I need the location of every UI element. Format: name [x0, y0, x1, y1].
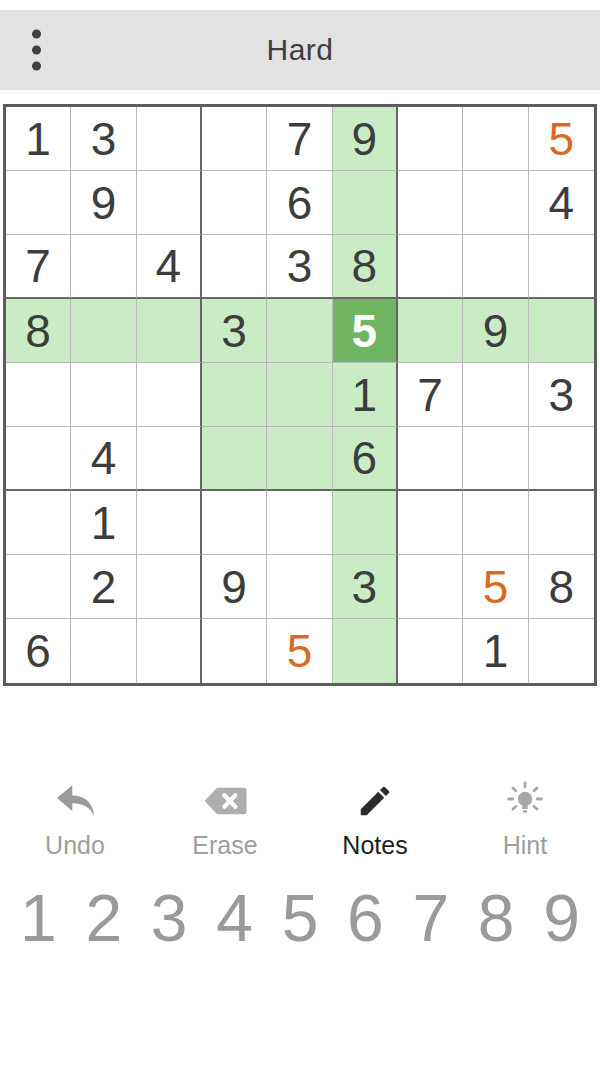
cell-r5c6[interactable]: 1: [333, 363, 398, 427]
cell-r7c9[interactable]: [529, 491, 594, 555]
erase-backspace-icon: [203, 780, 247, 822]
cell-r3c1[interactable]: 7: [6, 235, 71, 299]
cell-r8c3[interactable]: [137, 555, 202, 619]
cell-r8c7[interactable]: [398, 555, 463, 619]
cell-r7c3[interactable]: [137, 491, 202, 555]
numpad-key-3[interactable]: 3: [151, 882, 188, 955]
numpad-key-1[interactable]: 1: [20, 882, 57, 955]
cell-r2c9[interactable]: 4: [529, 171, 594, 235]
cell-r1c5[interactable]: 7: [267, 107, 332, 171]
notes-label: Notes: [342, 831, 407, 860]
cell-r9c2[interactable]: [71, 619, 136, 683]
cell-r9c9[interactable]: [529, 619, 594, 683]
cell-r2c7[interactable]: [398, 171, 463, 235]
cell-r5c7[interactable]: 7: [398, 363, 463, 427]
cell-r7c2[interactable]: 1: [71, 491, 136, 555]
cell-r5c4[interactable]: [202, 363, 267, 427]
undo-label: Undo: [45, 831, 105, 860]
cell-r1c8[interactable]: [463, 107, 528, 171]
cell-r8c4[interactable]: 9: [202, 555, 267, 619]
cell-r3c3[interactable]: 4: [137, 235, 202, 299]
numpad: 1 2 3 4 5 6 7 8 9: [0, 882, 600, 955]
cell-r2c1[interactable]: [6, 171, 71, 235]
cell-r1c7[interactable]: [398, 107, 463, 171]
cell-r7c8[interactable]: [463, 491, 528, 555]
numpad-key-6[interactable]: 6: [347, 882, 384, 955]
cell-r5c3[interactable]: [137, 363, 202, 427]
cell-r9c4[interactable]: [202, 619, 267, 683]
sudoku-board: 137959647438835917346129358651: [3, 104, 597, 686]
cell-r1c3[interactable]: [137, 107, 202, 171]
cell-r8c9[interactable]: 8: [529, 555, 594, 619]
cell-r3c9[interactable]: [529, 235, 594, 299]
erase-button[interactable]: Erase: [150, 780, 300, 860]
cell-r5c9[interactable]: 3: [529, 363, 594, 427]
numpad-key-8[interactable]: 8: [478, 882, 515, 955]
cell-r4c6[interactable]: 5: [333, 299, 398, 363]
page-title: Hard: [266, 33, 333, 67]
erase-label: Erase: [192, 831, 257, 860]
cell-r2c2[interactable]: 9: [71, 171, 136, 235]
cell-r7c7[interactable]: [398, 491, 463, 555]
cell-r4c4[interactable]: 3: [202, 299, 267, 363]
cell-r3c8[interactable]: [463, 235, 528, 299]
numpad-key-2[interactable]: 2: [85, 882, 122, 955]
cell-r3c4[interactable]: [202, 235, 267, 299]
hint-button[interactable]: Hint: [450, 780, 600, 860]
kebab-menu-icon[interactable]: [28, 26, 45, 75]
numpad-key-7[interactable]: 7: [412, 882, 449, 955]
cell-r5c5[interactable]: [267, 363, 332, 427]
cell-r3c7[interactable]: [398, 235, 463, 299]
cell-r9c3[interactable]: [137, 619, 202, 683]
cell-r8c1[interactable]: [6, 555, 71, 619]
cell-r1c4[interactable]: [202, 107, 267, 171]
cell-r4c1[interactable]: 8: [6, 299, 71, 363]
cell-r8c2[interactable]: 2: [71, 555, 136, 619]
cell-r9c8[interactable]: 1: [463, 619, 528, 683]
cell-r9c5[interactable]: 5: [267, 619, 332, 683]
cell-r6c9[interactable]: [529, 427, 594, 491]
undo-icon: [53, 780, 97, 822]
cell-r4c5[interactable]: [267, 299, 332, 363]
notes-button[interactable]: Notes: [300, 780, 450, 860]
status-bar: [0, 0, 600, 10]
cell-r9c6[interactable]: [333, 619, 398, 683]
cell-r5c8[interactable]: [463, 363, 528, 427]
cell-r6c8[interactable]: [463, 427, 528, 491]
cell-r6c5[interactable]: [267, 427, 332, 491]
cell-r4c9[interactable]: [529, 299, 594, 363]
numpad-key-9[interactable]: 9: [543, 882, 580, 955]
cell-r3c2[interactable]: [71, 235, 136, 299]
cell-r6c7[interactable]: [398, 427, 463, 491]
cell-r6c4[interactable]: [202, 427, 267, 491]
cell-r4c8[interactable]: 9: [463, 299, 528, 363]
cell-r8c6[interactable]: 3: [333, 555, 398, 619]
cell-r5c1[interactable]: [6, 363, 71, 427]
hint-label: Hint: [503, 831, 547, 860]
cell-r2c8[interactable]: [463, 171, 528, 235]
numpad-key-4[interactable]: 4: [216, 882, 253, 955]
cell-r3c6[interactable]: 8: [333, 235, 398, 299]
toolbar: Undo Erase Notes: [0, 780, 600, 860]
cell-r2c3[interactable]: [137, 171, 202, 235]
cell-r6c6[interactable]: 6: [333, 427, 398, 491]
cell-r7c4[interactable]: [202, 491, 267, 555]
cell-r1c1[interactable]: 1: [6, 107, 71, 171]
cell-r1c2[interactable]: 3: [71, 107, 136, 171]
cell-r6c1[interactable]: [6, 427, 71, 491]
cell-r2c4[interactable]: [202, 171, 267, 235]
cell-r4c2[interactable]: [71, 299, 136, 363]
header: Hard: [0, 10, 600, 90]
notes-pencil-icon: [356, 780, 394, 822]
cell-r6c2[interactable]: 4: [71, 427, 136, 491]
cell-r1c9[interactable]: 5: [529, 107, 594, 171]
cell-r9c7[interactable]: [398, 619, 463, 683]
cell-r5c2[interactable]: [71, 363, 136, 427]
cell-r6c3[interactable]: [137, 427, 202, 491]
cell-r4c7[interactable]: [398, 299, 463, 363]
cell-r7c6[interactable]: [333, 491, 398, 555]
cell-r8c5[interactable]: [267, 555, 332, 619]
cell-r3c5[interactable]: 3: [267, 235, 332, 299]
undo-button[interactable]: Undo: [0, 780, 150, 860]
cell-r9c1[interactable]: 6: [6, 619, 71, 683]
cell-r1c6[interactable]: 9: [333, 107, 398, 171]
cell-r7c5[interactable]: [267, 491, 332, 555]
cell-r2c5[interactable]: 6: [267, 171, 332, 235]
cell-r4c3[interactable]: [137, 299, 202, 363]
cell-r8c8[interactable]: 5: [463, 555, 528, 619]
numpad-key-5[interactable]: 5: [282, 882, 319, 955]
cell-r2c6[interactable]: [333, 171, 398, 235]
hint-lightbulb-icon: [505, 780, 545, 822]
cell-r7c1[interactable]: [6, 491, 71, 555]
